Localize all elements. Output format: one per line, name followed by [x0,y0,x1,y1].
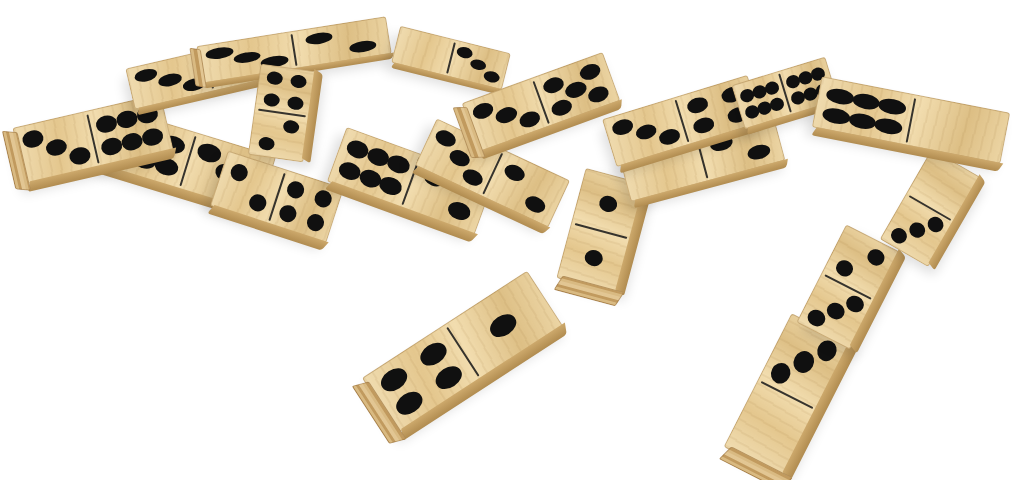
pip [263,92,281,107]
domino-table [0,0,1020,480]
pip [277,203,299,224]
pip [522,193,547,215]
pip [94,114,119,135]
pip [433,127,458,149]
pip [563,79,588,100]
pip [140,126,165,147]
pip [790,348,817,376]
domino-half-2 [249,109,309,161]
domino-6-0-corner-top-right[interactable] [812,76,1010,164]
pip [583,248,605,268]
pip [597,194,619,214]
pip [416,338,450,369]
pip [874,116,904,136]
domino-half-4 [255,65,315,117]
pip [460,166,485,188]
pip [825,86,855,106]
pip [833,257,856,279]
domino-2-4-ring-bottom-right[interactable] [210,151,344,244]
pip [20,128,45,149]
pip [470,100,495,121]
pip [821,106,851,126]
domino-4-1-midcol-bottom[interactable] [361,271,562,434]
pip [312,188,334,209]
pip [120,131,145,152]
pip [392,387,426,418]
pip [99,136,124,157]
pip [888,226,909,247]
pip [824,300,847,322]
pip [610,117,635,137]
pip [691,115,716,135]
pip [233,50,262,65]
pip [805,307,828,329]
pip [133,67,158,84]
pip [746,143,772,162]
domino-2-4-ring-right[interactable] [248,64,316,163]
pip [286,95,304,110]
pip [769,96,786,113]
pip [767,360,794,388]
pip [549,96,574,117]
pip [305,212,327,233]
pip [469,58,487,72]
pip [344,138,371,161]
domino-half-5 [532,53,619,125]
pip [285,179,307,200]
pip [585,83,610,104]
pip [282,119,300,134]
pip [67,145,92,166]
pip [848,111,878,131]
pip [494,104,519,125]
pip [44,137,69,158]
pip [157,72,182,89]
pip [377,364,411,395]
pip [541,74,566,95]
pip [305,31,334,46]
pip [205,46,234,61]
pip [431,362,465,393]
pip [685,95,710,115]
pip [844,293,867,315]
pip [517,108,542,129]
pip [258,136,276,151]
pip [194,141,222,165]
domino-0-3-topchain-b[interactable] [391,26,511,90]
pip [445,199,472,222]
pip [907,220,928,241]
pip [502,161,527,183]
pip [266,71,284,86]
pip [115,109,140,130]
pip [289,74,307,89]
pip [634,122,659,142]
pip [925,214,946,235]
pip [348,39,377,54]
pip [657,127,682,147]
pip [482,70,500,84]
pip [577,61,602,82]
pip [229,162,251,183]
pip [877,96,907,116]
pip [247,192,269,213]
pip [851,91,881,111]
pip [865,247,888,269]
pip [456,45,474,59]
pip [486,310,520,341]
